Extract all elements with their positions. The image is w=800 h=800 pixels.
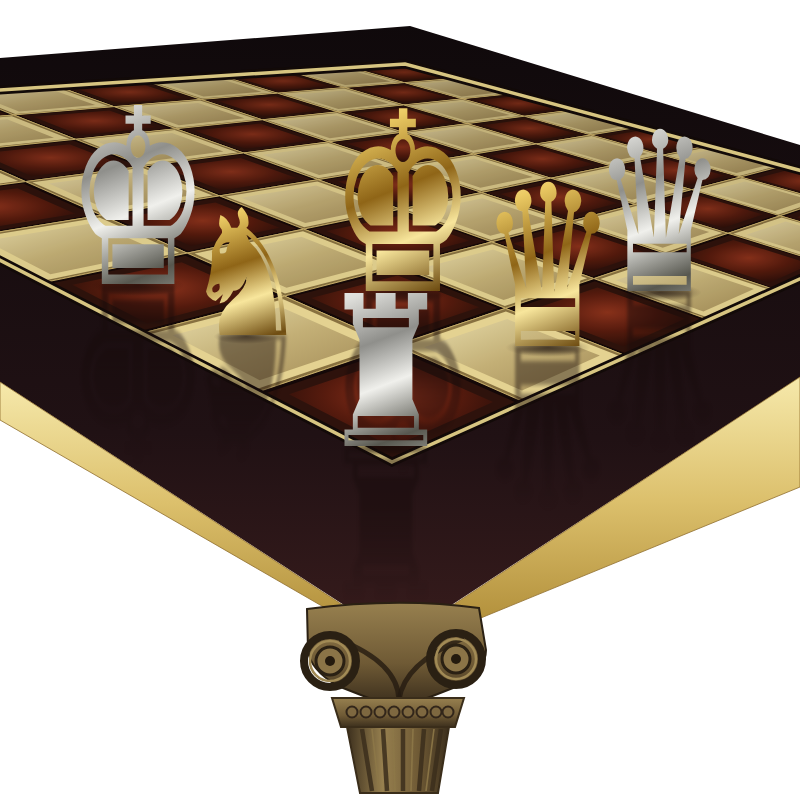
chess-set-photo: ♜♜♛♛♛♛♞♞♚♚♚♚ [0,0,800,800]
rook-glyph: ♜ [320,269,452,479]
knight-glyph: ♞ [183,187,309,362]
queen-glyph: ♛ [479,156,616,381]
board-leg-ionic-column [304,603,486,793]
